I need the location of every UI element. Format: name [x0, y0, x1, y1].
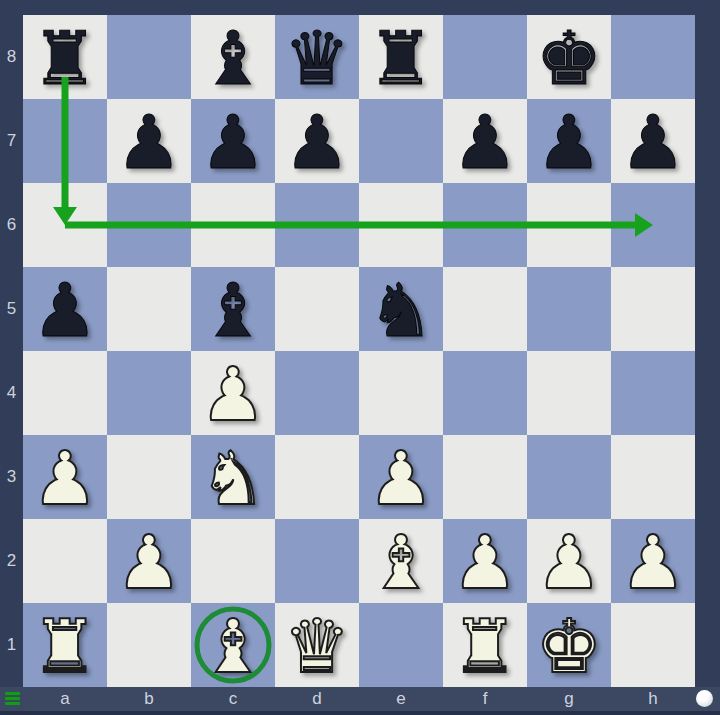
file-label-e: e: [359, 687, 443, 711]
rank-label-6: 6: [0, 183, 23, 267]
square-h7[interactable]: ♟: [611, 99, 695, 183]
square-b5[interactable]: [107, 267, 191, 351]
square-f8[interactable]: [443, 15, 527, 99]
square-f6[interactable]: [443, 183, 527, 267]
white-pawn-f2[interactable]: ♟: [443, 519, 527, 603]
square-d8[interactable]: ♛: [275, 15, 359, 99]
square-a5[interactable]: ♟: [23, 267, 107, 351]
square-c8[interactable]: ♝: [191, 15, 275, 99]
rank-label-8: 8: [0, 15, 23, 99]
square-c4[interactable]: ♟: [191, 351, 275, 435]
black-rook-e8[interactable]: ♜: [359, 15, 443, 99]
white-pawn-c4[interactable]: ♟: [191, 351, 275, 435]
square-g6[interactable]: [527, 183, 611, 267]
file-label-c: c: [191, 687, 275, 711]
square-a2[interactable]: [23, 519, 107, 603]
white-pawn-h2[interactable]: ♟: [611, 519, 695, 603]
square-h4[interactable]: [611, 351, 695, 435]
square-h5[interactable]: [611, 267, 695, 351]
chess-board: ♜♝♛♜♚♟♟♟♟♟♟♟♝♞♟♟♞♟♟♝♟♟♟♜♝♛♜♚: [23, 15, 695, 687]
black-knight-e5[interactable]: ♞: [359, 267, 443, 351]
white-king-g1[interactable]: ♚: [527, 603, 611, 687]
file-label-h: h: [611, 687, 695, 711]
square-b3[interactable]: [107, 435, 191, 519]
black-rook-a8[interactable]: ♜: [23, 15, 107, 99]
square-h6[interactable]: [611, 183, 695, 267]
square-f2[interactable]: ♟: [443, 519, 527, 603]
square-e6[interactable]: [359, 183, 443, 267]
white-to-move-indicator: [696, 690, 713, 707]
square-g7[interactable]: ♟: [527, 99, 611, 183]
square-c2[interactable]: [191, 519, 275, 603]
square-d5[interactable]: [275, 267, 359, 351]
white-queen-d1[interactable]: ♛: [275, 603, 359, 687]
white-pawn-a3[interactable]: ♟: [23, 435, 107, 519]
square-e2[interactable]: ♝: [359, 519, 443, 603]
black-king-g8[interactable]: ♚: [527, 15, 611, 99]
square-f7[interactable]: ♟: [443, 99, 527, 183]
white-rook-a1[interactable]: ♜: [23, 603, 107, 687]
square-f5[interactable]: [443, 267, 527, 351]
square-f3[interactable]: [443, 435, 527, 519]
black-pawn-c7[interactable]: ♟: [191, 99, 275, 183]
white-pawn-g2[interactable]: ♟: [527, 519, 611, 603]
square-b8[interactable]: [107, 15, 191, 99]
white-bishop-c1[interactable]: ♝: [191, 603, 275, 687]
square-a4[interactable]: [23, 351, 107, 435]
black-pawn-h7[interactable]: ♟: [611, 99, 695, 183]
square-e7[interactable]: [359, 99, 443, 183]
square-e3[interactable]: ♟: [359, 435, 443, 519]
chess-app: 87654321 ♜♝♛♜♚♟♟♟♟♟♟♟♝♞♟♟♞♟♟♝♟♟♟♜♝♛♜♚ ab…: [0, 0, 720, 715]
black-pawn-d7[interactable]: ♟: [275, 99, 359, 183]
file-label-f: f: [443, 687, 527, 711]
square-h1[interactable]: [611, 603, 695, 687]
square-b6[interactable]: [107, 183, 191, 267]
square-e5[interactable]: ♞: [359, 267, 443, 351]
square-d3[interactable]: [275, 435, 359, 519]
square-d4[interactable]: [275, 351, 359, 435]
square-b1[interactable]: [107, 603, 191, 687]
square-c6[interactable]: [191, 183, 275, 267]
square-c3[interactable]: ♞: [191, 435, 275, 519]
file-label-a: a: [23, 687, 107, 711]
square-g2[interactable]: ♟: [527, 519, 611, 603]
white-pawn-e3[interactable]: ♟: [359, 435, 443, 519]
white-pawn-b2[interactable]: ♟: [107, 519, 191, 603]
square-f4[interactable]: [443, 351, 527, 435]
square-g5[interactable]: [527, 267, 611, 351]
square-g8[interactable]: ♚: [527, 15, 611, 99]
rank-label-5: 5: [0, 267, 23, 351]
square-d1[interactable]: ♛: [275, 603, 359, 687]
bottom-edge: [0, 711, 720, 715]
black-bishop-c5[interactable]: ♝: [191, 267, 275, 351]
square-g1[interactable]: ♚: [527, 603, 611, 687]
rank-label-3: 3: [0, 435, 23, 519]
square-h3[interactable]: [611, 435, 695, 519]
square-a6[interactable]: [23, 183, 107, 267]
black-queen-d8[interactable]: ♛: [275, 15, 359, 99]
black-pawn-a5[interactable]: ♟: [23, 267, 107, 351]
rank-labels: 87654321: [0, 15, 23, 687]
file-label-d: d: [275, 687, 359, 711]
black-pawn-f7[interactable]: ♟: [443, 99, 527, 183]
menu-icon[interactable]: [5, 692, 20, 705]
square-g3[interactable]: [527, 435, 611, 519]
square-f1[interactable]: ♜: [443, 603, 527, 687]
black-bishop-c8[interactable]: ♝: [191, 15, 275, 99]
white-bishop-e2[interactable]: ♝: [359, 519, 443, 603]
black-pawn-g7[interactable]: ♟: [527, 99, 611, 183]
white-rook-f1[interactable]: ♜: [443, 603, 527, 687]
square-h2[interactable]: ♟: [611, 519, 695, 603]
square-h8[interactable]: [611, 15, 695, 99]
square-c5[interactable]: ♝: [191, 267, 275, 351]
square-d2[interactable]: [275, 519, 359, 603]
square-a3[interactable]: ♟: [23, 435, 107, 519]
square-e4[interactable]: [359, 351, 443, 435]
file-label-b: b: [107, 687, 191, 711]
square-a7[interactable]: [23, 99, 107, 183]
square-c1[interactable]: ♝: [191, 603, 275, 687]
file-labels-bar: abcdefgh: [0, 687, 720, 711]
rank-label-1: 1: [0, 603, 23, 687]
square-b7[interactable]: ♟: [107, 99, 191, 183]
square-c7[interactable]: ♟: [191, 99, 275, 183]
square-b2[interactable]: ♟: [107, 519, 191, 603]
square-g4[interactable]: [527, 351, 611, 435]
black-pawn-b7[interactable]: ♟: [107, 99, 191, 183]
white-knight-c3[interactable]: ♞: [191, 435, 275, 519]
rank-label-2: 2: [0, 519, 23, 603]
square-d6[interactable]: [275, 183, 359, 267]
file-label-g: g: [527, 687, 611, 711]
square-a1[interactable]: ♜: [23, 603, 107, 687]
square-a8[interactable]: ♜: [23, 15, 107, 99]
square-e8[interactable]: ♜: [359, 15, 443, 99]
square-e1[interactable]: [359, 603, 443, 687]
rank-label-4: 4: [0, 351, 23, 435]
rank-label-7: 7: [0, 99, 23, 183]
square-b4[interactable]: [107, 351, 191, 435]
square-d7[interactable]: ♟: [275, 99, 359, 183]
